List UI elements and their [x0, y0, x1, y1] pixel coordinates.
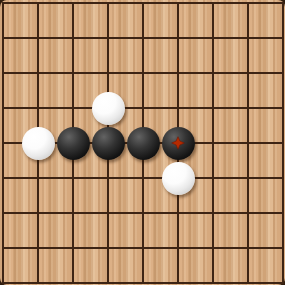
- grid-line-horizontal: [2, 282, 283, 283]
- white-stone: [92, 92, 125, 125]
- black-stone: [57, 127, 90, 160]
- grid-line-vertical: [247, 2, 248, 283]
- grid-line-horizontal: [2, 247, 283, 248]
- grid-line-vertical: [282, 2, 283, 283]
- grid-line-horizontal: [2, 177, 283, 178]
- white-stone: [22, 127, 55, 160]
- grid-line-horizontal: [2, 212, 283, 213]
- game-window: [0, 0, 285, 285]
- last-move-marker-icon: [171, 136, 185, 150]
- black-stone-last-move: [162, 127, 195, 160]
- black-stone: [127, 127, 160, 160]
- grid-line-vertical: [212, 2, 213, 283]
- gomoku-board[interactable]: [0, 0, 285, 285]
- black-stone: [92, 127, 125, 160]
- white-stone: [162, 162, 195, 195]
